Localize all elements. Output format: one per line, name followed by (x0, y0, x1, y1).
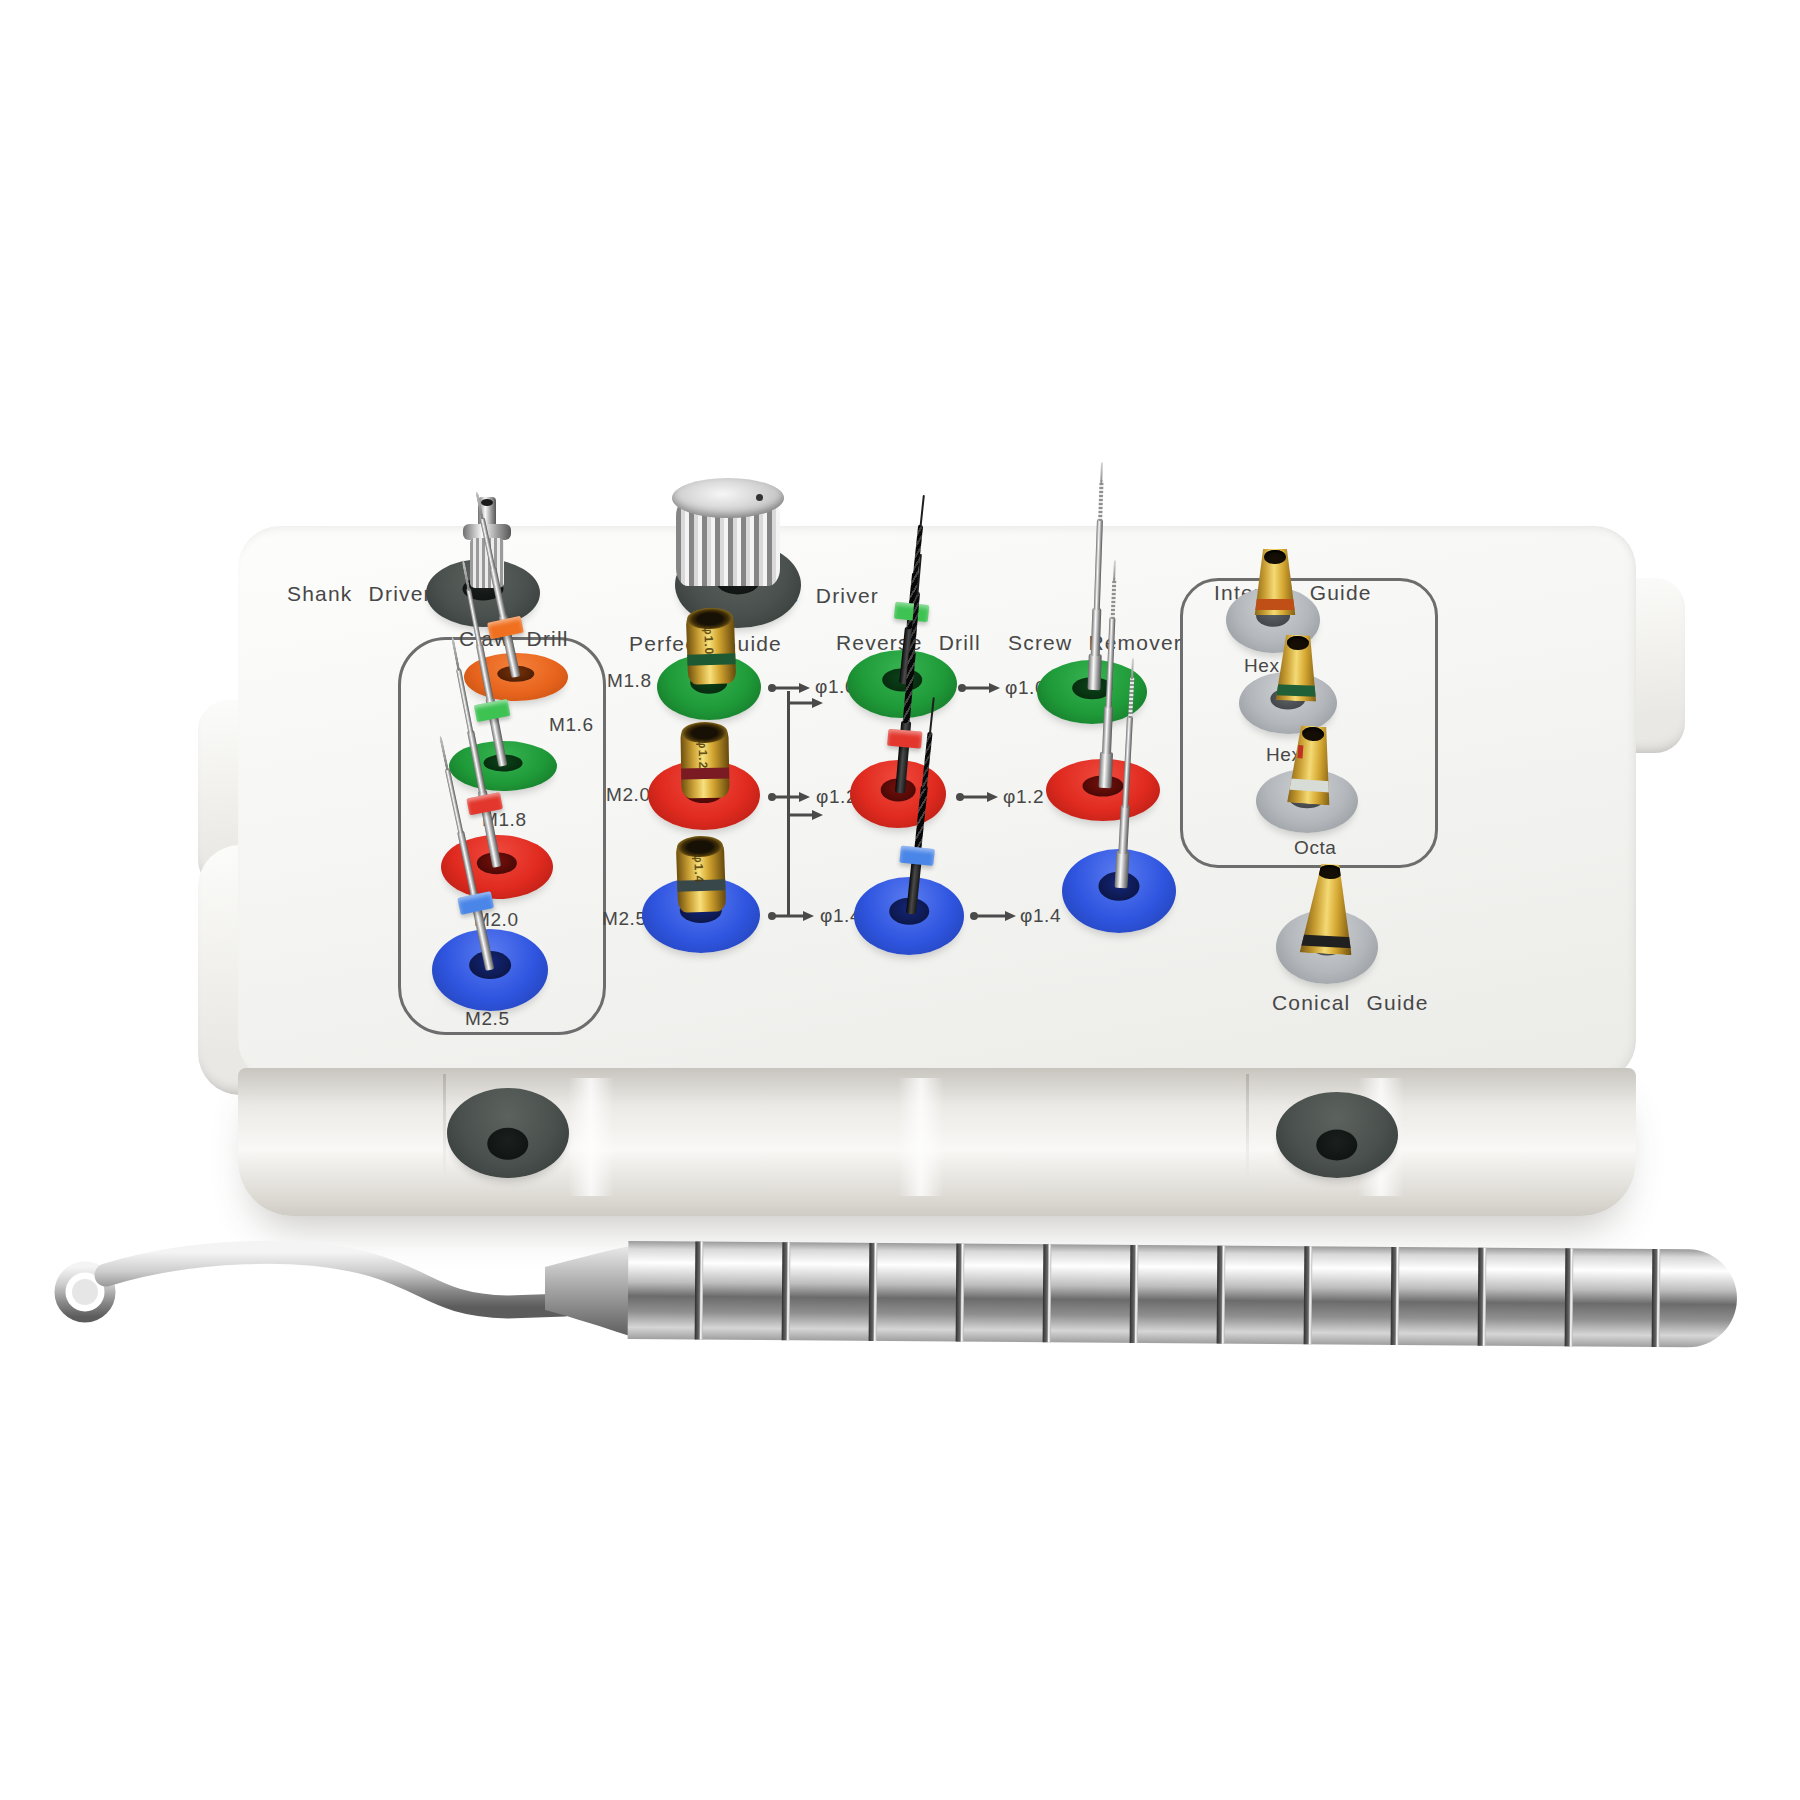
perfect-guide-m20-engraving: φ1.2 (695, 740, 710, 770)
conical-guide-label: Conical Guide (1272, 991, 1429, 1015)
pg-driver-top-face (672, 478, 784, 518)
hex-guide-1-band (1252, 599, 1298, 610)
instrument-cone (545, 1246, 630, 1336)
tray-seam (443, 1074, 446, 1178)
tray-latch-right (1276, 1092, 1398, 1178)
instrument-ring-tip-hole (72, 1279, 98, 1305)
claw-size-m16: M1.6 (549, 714, 594, 736)
arrow-pg-to-rd-row3 (768, 911, 814, 921)
octa-guide-band (1285, 778, 1334, 792)
kit-photo: Shank Driver PG Driver Claw Drill Perfec… (0, 0, 1800, 1800)
arrow-rd-to-sr-row1 (958, 683, 1000, 693)
instrument-handle (628, 1241, 1738, 1348)
hex-guide-2-band (1273, 684, 1319, 697)
tray-reflection (568, 1078, 614, 1196)
shank-driver-label: Shank Driver (287, 582, 432, 606)
perfect-guide-m25: φ1.4 (676, 839, 726, 913)
arrow-rd-to-sr-row2 (956, 792, 998, 802)
instrument-shaft (106, 1252, 565, 1307)
perfect-guide-m18-engraving: φ1.0 (701, 626, 716, 656)
claw-size-m25: M2.5 (465, 1008, 510, 1030)
perfect-guide-m25-engraving: φ1.4 (691, 854, 706, 884)
pg-driver-tool (672, 478, 784, 590)
pg-size-m25: M2.5 (602, 908, 647, 930)
pg-driver-top-hole (756, 494, 763, 501)
tray-latch-left (447, 1088, 569, 1178)
tray-reflection (898, 1078, 944, 1196)
hand-instrument (40, 1225, 1800, 1410)
pg-size-m18: M1.8 (607, 670, 652, 692)
pg-size-m20: M2.0 (606, 784, 651, 806)
reverse-drill-14-ring (899, 846, 935, 866)
arrow-rd-to-sr-row3 (970, 911, 1016, 921)
claw-drill-m25-ring (457, 891, 494, 915)
tray-seam (1246, 1074, 1249, 1178)
flow-connector-line (787, 691, 790, 915)
perfect-guide-m18: φ1.0 (686, 611, 736, 685)
flow-branch-arrow-1 (789, 698, 823, 708)
octa-guide-red-mark (1297, 745, 1303, 758)
conical-guide-band (1300, 935, 1353, 949)
dia-14-right: φ1.4 (1020, 905, 1061, 927)
dia-12-right: φ1.2 (1003, 786, 1044, 808)
flow-branch-arrow-2 (789, 810, 823, 820)
perfect-guide-m20: φ1.2 (680, 726, 729, 799)
octa-guide-label: Octa (1294, 837, 1337, 859)
